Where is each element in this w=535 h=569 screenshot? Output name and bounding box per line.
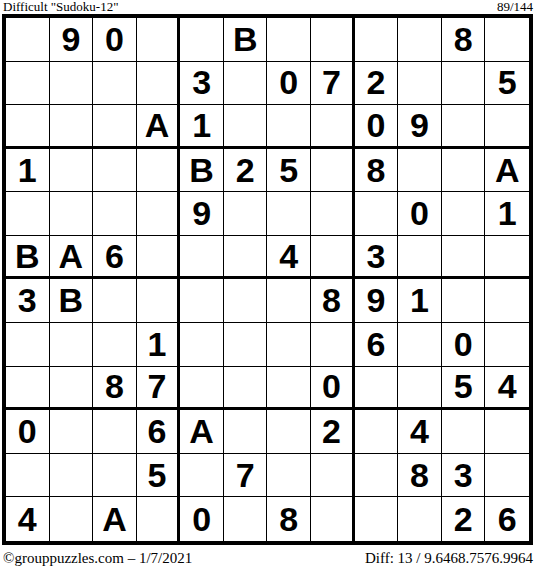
cell-r9c8-given: 0 bbox=[311, 367, 355, 411]
cell-r10c7-empty[interactable] bbox=[267, 410, 311, 454]
cell-r4c11-empty[interactable] bbox=[442, 149, 486, 193]
cell-r4c4-empty[interactable] bbox=[137, 149, 181, 193]
cell-r3c10-given: 9 bbox=[398, 105, 442, 149]
cell-r11c12-empty[interactable] bbox=[485, 454, 529, 498]
cell-r10c8-given: 2 bbox=[311, 410, 355, 454]
cell-r12c9-empty[interactable] bbox=[355, 497, 399, 541]
cell-r4c3-empty[interactable] bbox=[93, 149, 137, 193]
cell-r4c1-given: 1 bbox=[6, 149, 50, 193]
cell-r5c7-empty[interactable] bbox=[267, 192, 311, 236]
cell-r9c7-empty[interactable] bbox=[267, 367, 311, 411]
cell-r9c12-given: 4 bbox=[485, 367, 529, 411]
cell-r6c1-given: B bbox=[6, 236, 50, 280]
cell-r3c4-given: A bbox=[137, 105, 181, 149]
cell-r12c6-empty[interactable] bbox=[224, 497, 268, 541]
cell-r1c2-given: 9 bbox=[50, 18, 94, 62]
cell-r1c8-empty[interactable] bbox=[311, 18, 355, 62]
cell-r9c1-empty[interactable] bbox=[6, 367, 50, 411]
cell-r1c3-given: 0 bbox=[93, 18, 137, 62]
cell-r2c6-empty[interactable] bbox=[224, 62, 268, 106]
cell-r2c10-empty[interactable] bbox=[398, 62, 442, 106]
cell-r2c4-empty[interactable] bbox=[137, 62, 181, 106]
cell-r1c4-empty[interactable] bbox=[137, 18, 181, 62]
cell-r8c5-empty[interactable] bbox=[180, 323, 224, 367]
cell-r7c12-empty[interactable] bbox=[485, 279, 529, 323]
copyright-text: ©grouppuzzles.com – 1/7/2021 bbox=[3, 549, 192, 567]
cell-r8c6-empty[interactable] bbox=[224, 323, 268, 367]
cell-r6c2-given: A bbox=[50, 236, 94, 280]
cell-r7c2-given: B bbox=[50, 279, 94, 323]
cell-r2c8-given: 7 bbox=[311, 62, 355, 106]
cell-r12c5-given: 0 bbox=[180, 497, 224, 541]
sudoku-board: 90B830725A1091B258A901BA6433B89116087054… bbox=[2, 14, 533, 545]
cell-r12c3-given: A bbox=[93, 497, 137, 541]
cell-r4c8-empty[interactable] bbox=[311, 149, 355, 193]
cell-r10c6-empty[interactable] bbox=[224, 410, 268, 454]
cell-r3c2-empty[interactable] bbox=[50, 105, 94, 149]
cell-r8c4-given: 1 bbox=[137, 323, 181, 367]
cell-r12c8-empty[interactable] bbox=[311, 497, 355, 541]
cell-r11c4-given: 5 bbox=[137, 454, 181, 498]
cell-r12c10-empty[interactable] bbox=[398, 497, 442, 541]
cell-r4c9-given: 8 bbox=[355, 149, 399, 193]
cell-r8c7-empty[interactable] bbox=[267, 323, 311, 367]
cell-r11c10-given: 8 bbox=[398, 454, 442, 498]
cell-r6c3-given: 6 bbox=[93, 236, 137, 280]
cell-r9c11-given: 5 bbox=[442, 367, 486, 411]
cell-r1c12-empty[interactable] bbox=[485, 18, 529, 62]
cell-r11c1-empty[interactable] bbox=[6, 454, 50, 498]
cell-r5c2-empty[interactable] bbox=[50, 192, 94, 236]
cell-r9c9-empty[interactable] bbox=[355, 367, 399, 411]
cell-r2c3-empty[interactable] bbox=[93, 62, 137, 106]
puzzle-title: Difficult "Sudoku-12" bbox=[3, 0, 118, 14]
cell-r7c5-empty[interactable] bbox=[180, 279, 224, 323]
cell-r2c9-given: 2 bbox=[355, 62, 399, 106]
cell-r7c3-empty[interactable] bbox=[93, 279, 137, 323]
cell-r11c11-given: 3 bbox=[442, 454, 486, 498]
cell-r8c8-empty[interactable] bbox=[311, 323, 355, 367]
cell-r4c7-given: 5 bbox=[267, 149, 311, 193]
cell-r1c6-given: B bbox=[224, 18, 268, 62]
cell-r5c3-empty[interactable] bbox=[93, 192, 137, 236]
cell-r3c11-empty[interactable] bbox=[442, 105, 486, 149]
cell-r6c5-empty[interactable] bbox=[180, 236, 224, 280]
cell-r8c11-given: 0 bbox=[442, 323, 486, 367]
cell-r10c9-empty[interactable] bbox=[355, 410, 399, 454]
cell-r11c6-given: 7 bbox=[224, 454, 268, 498]
cell-r11c7-empty[interactable] bbox=[267, 454, 311, 498]
cell-r1c10-empty[interactable] bbox=[398, 18, 442, 62]
cell-r2c12-given: 5 bbox=[485, 62, 529, 106]
cell-r12c2-empty[interactable] bbox=[50, 497, 94, 541]
header: Difficult "Sudoku-12" 89/144 bbox=[3, 0, 533, 14]
cell-r8c12-empty[interactable] bbox=[485, 323, 529, 367]
cell-r8c1-empty[interactable] bbox=[6, 323, 50, 367]
cell-r5c4-empty[interactable] bbox=[137, 192, 181, 236]
cell-r10c5-given: A bbox=[180, 410, 224, 454]
cell-r5c11-empty[interactable] bbox=[442, 192, 486, 236]
cell-r5c1-empty[interactable] bbox=[6, 192, 50, 236]
cell-r6c9-given: 3 bbox=[355, 236, 399, 280]
cell-r7c10-given: 1 bbox=[398, 279, 442, 323]
cell-r2c11-empty[interactable] bbox=[442, 62, 486, 106]
cell-r9c5-empty[interactable] bbox=[180, 367, 224, 411]
cell-r8c3-empty[interactable] bbox=[93, 323, 137, 367]
cell-r3c9-given: 0 bbox=[355, 105, 399, 149]
cell-r12c7-given: 8 bbox=[267, 497, 311, 541]
cell-r7c8-given: 8 bbox=[311, 279, 355, 323]
cell-r11c9-empty[interactable] bbox=[355, 454, 399, 498]
cell-r10c11-empty[interactable] bbox=[442, 410, 486, 454]
cell-r6c12-empty[interactable] bbox=[485, 236, 529, 280]
cell-r1c5-empty[interactable] bbox=[180, 18, 224, 62]
cell-r7c6-empty[interactable] bbox=[224, 279, 268, 323]
cell-r7c4-empty[interactable] bbox=[137, 279, 181, 323]
cell-r8c10-empty[interactable] bbox=[398, 323, 442, 367]
cell-r3c3-empty[interactable] bbox=[93, 105, 137, 149]
difficulty-text: Diff: 13 / 9.6468.7576.9964 bbox=[365, 549, 533, 567]
cell-r1c1-empty[interactable] bbox=[6, 18, 50, 62]
cell-r11c5-empty[interactable] bbox=[180, 454, 224, 498]
cell-r10c3-empty[interactable] bbox=[93, 410, 137, 454]
cell-r4c5-given: B bbox=[180, 149, 224, 193]
cell-r2c1-empty[interactable] bbox=[6, 62, 50, 106]
cell-r12c11-given: 2 bbox=[442, 497, 486, 541]
cell-r3c12-empty[interactable] bbox=[485, 105, 529, 149]
cell-r1c7-empty[interactable] bbox=[267, 18, 311, 62]
cell-r7c9-given: 9 bbox=[355, 279, 399, 323]
cell-r5c8-empty[interactable] bbox=[311, 192, 355, 236]
cell-r5c5-given: 9 bbox=[180, 192, 224, 236]
cell-r12c12-given: 6 bbox=[485, 497, 529, 541]
cell-r2c2-empty[interactable] bbox=[50, 62, 94, 106]
cell-r9c6-empty[interactable] bbox=[224, 367, 268, 411]
cell-r5c12-given: 1 bbox=[485, 192, 529, 236]
empty-cells-counter: 89/144 bbox=[497, 0, 533, 14]
cell-r7c1-given: 3 bbox=[6, 279, 50, 323]
cell-r5c6-empty[interactable] bbox=[224, 192, 268, 236]
cell-r6c8-empty[interactable] bbox=[311, 236, 355, 280]
cell-r2c7-given: 0 bbox=[267, 62, 311, 106]
cell-r6c7-given: 4 bbox=[267, 236, 311, 280]
cell-r1c11-given: 8 bbox=[442, 18, 486, 62]
cell-r9c10-empty[interactable] bbox=[398, 367, 442, 411]
cell-r6c6-empty[interactable] bbox=[224, 236, 268, 280]
cell-r11c2-empty[interactable] bbox=[50, 454, 94, 498]
cell-r9c2-empty[interactable] bbox=[50, 367, 94, 411]
cell-r7c11-empty[interactable] bbox=[442, 279, 486, 323]
cell-r1c9-empty[interactable] bbox=[355, 18, 399, 62]
cell-r9c3-given: 8 bbox=[93, 367, 137, 411]
cell-r10c4-given: 6 bbox=[137, 410, 181, 454]
cell-r2c5-given: 3 bbox=[180, 62, 224, 106]
cell-r10c2-empty[interactable] bbox=[50, 410, 94, 454]
puzzle-page: Difficult "Sudoku-12" 89/144 90B830725A1… bbox=[0, 0, 535, 569]
cell-r7c7-empty[interactable] bbox=[267, 279, 311, 323]
cell-r5c9-empty[interactable] bbox=[355, 192, 399, 236]
cell-r4c10-empty[interactable] bbox=[398, 149, 442, 193]
cell-r11c8-empty[interactable] bbox=[311, 454, 355, 498]
cell-r3c6-empty[interactable] bbox=[224, 105, 268, 149]
cell-r10c12-empty[interactable] bbox=[485, 410, 529, 454]
cell-r10c10-given: 4 bbox=[398, 410, 442, 454]
cell-r4c2-empty[interactable] bbox=[50, 149, 94, 193]
cell-r4c6-given: 2 bbox=[224, 149, 268, 193]
cell-r3c1-empty[interactable] bbox=[6, 105, 50, 149]
cell-r3c5-given: 1 bbox=[180, 105, 224, 149]
cell-r8c2-empty[interactable] bbox=[50, 323, 94, 367]
cell-r11c3-empty[interactable] bbox=[93, 454, 137, 498]
cell-r3c8-empty[interactable] bbox=[311, 105, 355, 149]
cell-r5c10-given: 0 bbox=[398, 192, 442, 236]
cell-r6c10-empty[interactable] bbox=[398, 236, 442, 280]
footer: ©grouppuzzles.com – 1/7/2021 Diff: 13 / … bbox=[3, 549, 533, 567]
cell-r3c7-empty[interactable] bbox=[267, 105, 311, 149]
cell-r12c1-given: 4 bbox=[6, 497, 50, 541]
cell-r9c4-given: 7 bbox=[137, 367, 181, 411]
cell-r8c9-given: 6 bbox=[355, 323, 399, 367]
cell-r10c1-given: 0 bbox=[6, 410, 50, 454]
cell-r6c4-empty[interactable] bbox=[137, 236, 181, 280]
cell-r12c4-empty[interactable] bbox=[137, 497, 181, 541]
cell-r6c11-empty[interactable] bbox=[442, 236, 486, 280]
cell-r4c12-given: A bbox=[485, 149, 529, 193]
